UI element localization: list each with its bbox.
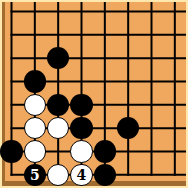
board-intersection <box>116 116 139 139</box>
black-stone: 5 <box>24 164 47 187</box>
move-number-label: 5 <box>30 168 40 182</box>
board-intersection <box>23 116 46 139</box>
black-stone <box>24 70 47 93</box>
white-stone: 4 <box>70 164 93 187</box>
board-intersection <box>93 163 116 186</box>
white-stone <box>24 94 47 117</box>
black-stone <box>0 140 23 163</box>
go-board: 54 <box>2 2 186 186</box>
white-stone <box>47 164 70 187</box>
board-intersection <box>93 140 116 163</box>
black-stone <box>47 47 70 70</box>
black-stone <box>94 140 117 163</box>
go-diagram-frame: 54 <box>0 0 188 188</box>
board-intersection <box>23 93 46 116</box>
white-stone <box>24 117 47 140</box>
stones-layer: 54 <box>0 0 187 187</box>
black-stone <box>117 117 140 140</box>
white-stone <box>24 140 47 163</box>
board-intersection <box>70 116 93 139</box>
white-stone <box>47 117 70 140</box>
board-intersection <box>47 93 70 116</box>
white-stone <box>70 140 93 163</box>
board-intersection <box>47 47 70 70</box>
black-stone <box>47 94 70 117</box>
black-stone <box>70 117 93 140</box>
board-intersection: 4 <box>70 163 93 186</box>
board-intersection <box>23 70 46 93</box>
board-intersection <box>47 163 70 186</box>
board-intersection <box>47 116 70 139</box>
black-stone <box>94 164 117 187</box>
board-intersection <box>70 93 93 116</box>
black-stone <box>70 94 93 117</box>
board-intersection <box>0 140 23 163</box>
move-number-label: 4 <box>77 168 87 182</box>
board-intersection <box>23 140 46 163</box>
board-intersection <box>70 140 93 163</box>
board-intersection: 5 <box>23 163 46 186</box>
